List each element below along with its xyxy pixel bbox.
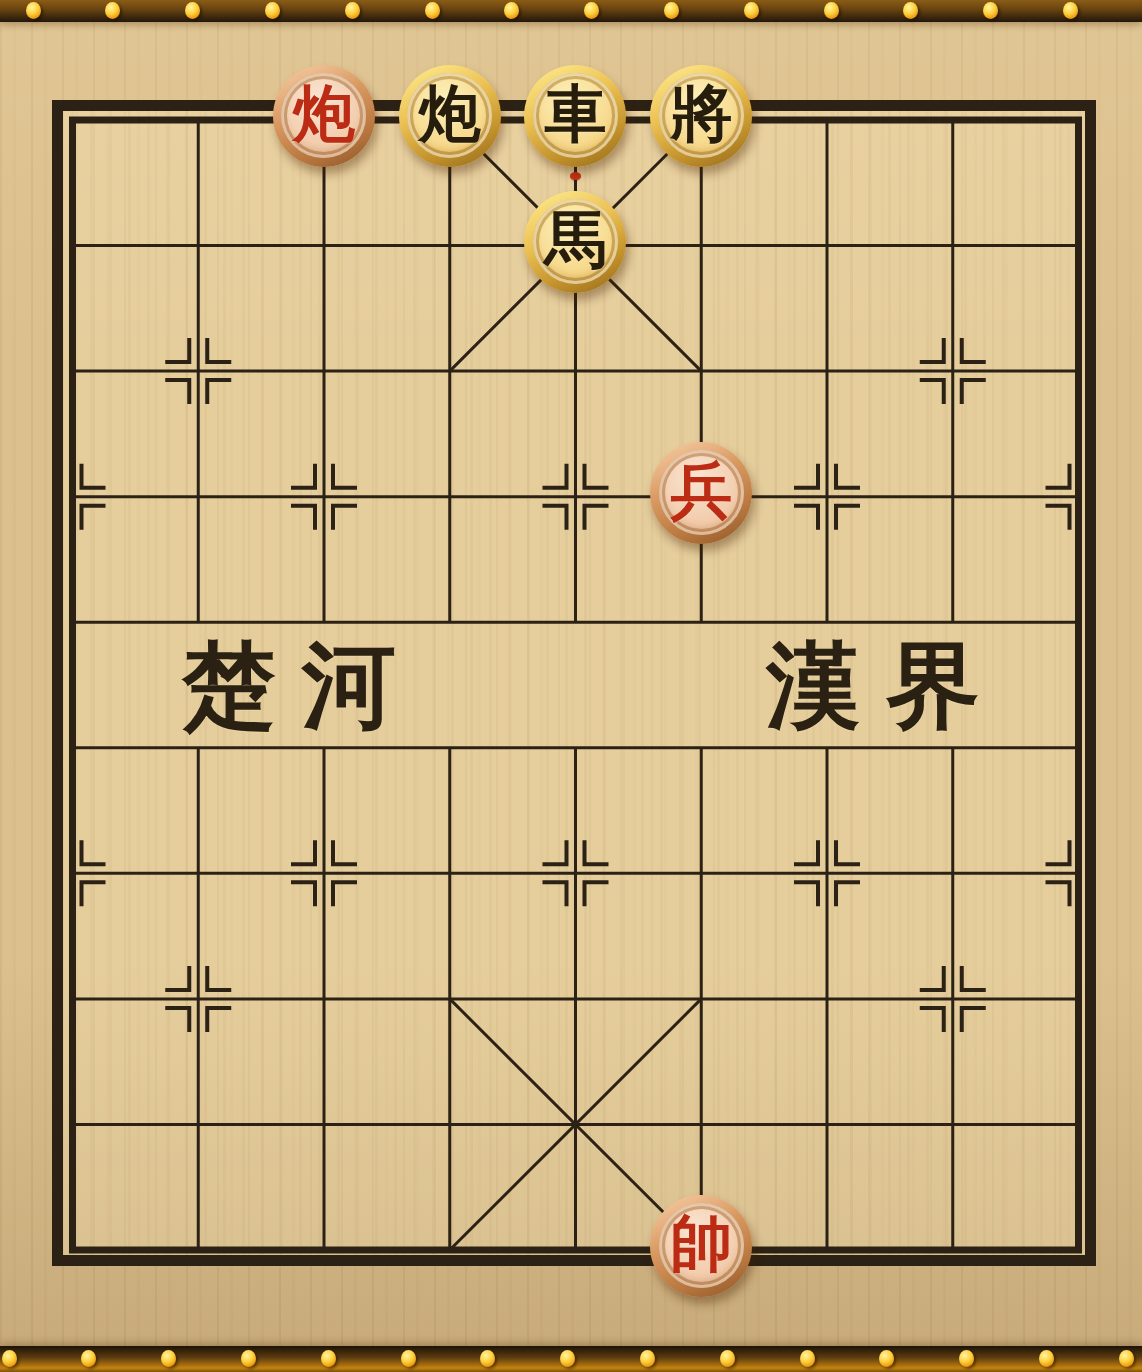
gold-stud [664, 2, 679, 19]
piece-black-horse[interactable]: 馬 [524, 191, 626, 293]
xiangqi-app: 楚河 漢界 炮炮車將馬兵帥 [0, 0, 1142, 1372]
piece-red-soldier[interactable]: 兵 [650, 442, 752, 544]
piece-red-cannon[interactable]: 炮 [273, 65, 375, 167]
gold-stud [480, 1350, 495, 1367]
decor-bottom-bar [0, 1346, 1142, 1372]
gold-stud [1063, 2, 1078, 19]
gold-stud [903, 2, 918, 19]
piece-glyph: 馬 [544, 209, 606, 275]
board-grid[interactable]: 炮炮車將馬兵帥 [10, 57, 1142, 1312]
gold-stud [401, 1350, 416, 1367]
gold-stud [824, 2, 839, 19]
piece-face: 炮 [407, 73, 492, 158]
gold-stud [241, 1350, 256, 1367]
gold-stud [321, 1350, 336, 1367]
gold-stud [504, 2, 519, 19]
piece-face: 馬 [533, 199, 618, 284]
piece-red-general[interactable]: 帥 [650, 1195, 752, 1297]
piece-black-general[interactable]: 將 [650, 65, 752, 167]
piece-glyph: 將 [670, 83, 732, 149]
gold-stud [959, 1350, 974, 1367]
piece-face: 帥 [659, 1203, 744, 1288]
gold-stud [879, 1350, 894, 1367]
gold-stud [265, 2, 280, 19]
piece-glyph: 炮 [293, 83, 355, 149]
piece-glyph: 兵 [670, 460, 732, 526]
gold-stud [720, 1350, 735, 1367]
piece-black-chariot[interactable]: 車 [524, 65, 626, 167]
piece-glyph: 帥 [670, 1213, 732, 1279]
gold-stud [2, 1350, 17, 1367]
gold-stud [640, 1350, 655, 1367]
gold-stud [425, 2, 440, 19]
decor-top-bar [0, 0, 1142, 22]
piece-glyph: 炮 [419, 83, 481, 149]
piece-face: 將 [659, 73, 744, 158]
gold-stud [81, 1350, 96, 1367]
gold-stud [185, 2, 200, 19]
piece-face: 兵 [659, 450, 744, 535]
gold-stud [161, 1350, 176, 1367]
gold-stud [983, 2, 998, 19]
piece-face: 炮 [281, 73, 366, 158]
gold-stud [1119, 1350, 1134, 1367]
gold-stud [105, 2, 120, 19]
gold-stud [744, 2, 759, 19]
gold-stud [560, 1350, 575, 1367]
gold-stud [345, 2, 360, 19]
piece-face: 車 [533, 73, 618, 158]
gold-stud [584, 2, 599, 19]
piece-glyph: 車 [544, 83, 606, 149]
gold-stud [800, 1350, 815, 1367]
gold-stud [26, 2, 41, 19]
gold-stud [1039, 1350, 1054, 1367]
piece-black-cannon[interactable]: 炮 [399, 65, 501, 167]
